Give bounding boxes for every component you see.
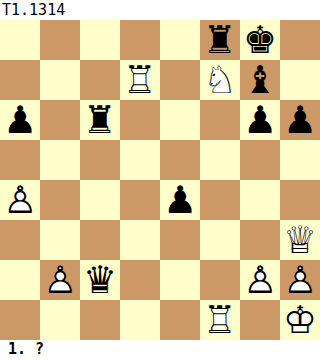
square-g7[interactable]: ♝: [240, 60, 280, 100]
white-pawn: ♟♙: [240, 260, 280, 300]
square-b8[interactable]: [40, 20, 80, 60]
black-rook-glyph: ♜: [80, 100, 120, 140]
white-rook-outline: ♖: [120, 60, 160, 100]
white-pawn-outline: ♙: [240, 260, 280, 300]
square-h8[interactable]: [280, 20, 320, 60]
square-e6[interactable]: [160, 100, 200, 140]
white-pawn-outline: ♙: [280, 260, 320, 300]
black-king: ♚: [240, 20, 280, 60]
white-rook: ♜♖: [120, 60, 160, 100]
square-d5[interactable]: [120, 140, 160, 180]
white-knight-outline: ♘: [200, 60, 240, 100]
square-a2[interactable]: [0, 260, 40, 300]
black-bishop: ♝: [240, 60, 280, 100]
square-f5[interactable]: [200, 140, 240, 180]
square-f6[interactable]: [200, 100, 240, 140]
black-pawn-glyph: ♟: [0, 100, 40, 140]
square-d6[interactable]: [120, 100, 160, 140]
black-pawn-glyph: ♟: [160, 180, 200, 220]
square-a3[interactable]: [0, 220, 40, 260]
black-pawn: ♟: [0, 100, 40, 140]
black-queen-glyph: ♛: [80, 260, 120, 300]
chess-board: ♜♚♜♖♞♘♝♟♜♟♟♟♙♟♛♕♟♙♛♟♙♟♙♜♖♚♔: [0, 20, 320, 340]
square-b6[interactable]: [40, 100, 80, 140]
square-e7[interactable]: [160, 60, 200, 100]
square-f3[interactable]: [200, 220, 240, 260]
white-rook: ♜♖: [200, 300, 240, 340]
square-d4[interactable]: [120, 180, 160, 220]
square-f8[interactable]: ♜: [200, 20, 240, 60]
square-a4[interactable]: ♟♙: [0, 180, 40, 220]
black-bishop-glyph: ♝: [240, 60, 280, 100]
black-rook-glyph: ♜: [200, 20, 240, 60]
square-f4[interactable]: [200, 180, 240, 220]
white-pawn: ♟♙: [40, 260, 80, 300]
square-e2[interactable]: [160, 260, 200, 300]
black-king-glyph: ♚: [240, 20, 280, 60]
square-f1[interactable]: ♜♖: [200, 300, 240, 340]
square-g4[interactable]: [240, 180, 280, 220]
square-a8[interactable]: [0, 20, 40, 60]
square-d1[interactable]: [120, 300, 160, 340]
square-h2[interactable]: ♟♙: [280, 260, 320, 300]
square-e5[interactable]: [160, 140, 200, 180]
square-h4[interactable]: [280, 180, 320, 220]
white-queen-outline: ♕: [280, 220, 320, 260]
square-g6[interactable]: ♟: [240, 100, 280, 140]
white-pawn-outline: ♙: [0, 180, 40, 220]
square-c7[interactable]: [80, 60, 120, 100]
square-b4[interactable]: [40, 180, 80, 220]
white-queen: ♛♕: [280, 220, 320, 260]
square-g1[interactable]: [240, 300, 280, 340]
black-pawn: ♟: [280, 100, 320, 140]
square-a5[interactable]: [0, 140, 40, 180]
square-b2[interactable]: ♟♙: [40, 260, 80, 300]
white-pawn: ♟♙: [0, 180, 40, 220]
square-a1[interactable]: [0, 300, 40, 340]
square-a7[interactable]: [0, 60, 40, 100]
white-rook-outline: ♖: [200, 300, 240, 340]
square-c3[interactable]: [80, 220, 120, 260]
black-pawn-glyph: ♟: [280, 100, 320, 140]
square-c4[interactable]: [80, 180, 120, 220]
square-d2[interactable]: [120, 260, 160, 300]
square-h1[interactable]: ♚♔: [280, 300, 320, 340]
square-c1[interactable]: [80, 300, 120, 340]
black-pawn: ♟: [240, 100, 280, 140]
square-e1[interactable]: [160, 300, 200, 340]
white-knight: ♞♘: [200, 60, 240, 100]
square-c2[interactable]: ♛: [80, 260, 120, 300]
square-a6[interactable]: ♟: [0, 100, 40, 140]
square-d3[interactable]: [120, 220, 160, 260]
black-pawn-glyph: ♟: [240, 100, 280, 140]
square-h3[interactable]: ♛♕: [280, 220, 320, 260]
black-pawn: ♟: [160, 180, 200, 220]
square-b5[interactable]: [40, 140, 80, 180]
square-e4[interactable]: ♟: [160, 180, 200, 220]
square-h6[interactable]: ♟: [280, 100, 320, 140]
black-rook: ♜: [200, 20, 240, 60]
square-g3[interactable]: [240, 220, 280, 260]
square-f2[interactable]: [200, 260, 240, 300]
square-e8[interactable]: [160, 20, 200, 60]
square-b7[interactable]: [40, 60, 80, 100]
puzzle-page: T1.1314 ♜♚♜♖♞♘♝♟♜♟♟♟♙♟♛♕♟♙♛♟♙♟♙♜♖♚♔ 1. ?: [0, 0, 320, 360]
white-pawn-outline: ♙: [40, 260, 80, 300]
square-g2[interactable]: ♟♙: [240, 260, 280, 300]
square-f7[interactable]: ♞♘: [200, 60, 240, 100]
square-d8[interactable]: [120, 20, 160, 60]
white-pawn: ♟♙: [280, 260, 320, 300]
square-e3[interactable]: [160, 220, 200, 260]
black-rook: ♜: [80, 100, 120, 140]
square-g5[interactable]: [240, 140, 280, 180]
square-d7[interactable]: ♜♖: [120, 60, 160, 100]
puzzle-title: T1.1314: [2, 1, 65, 19]
square-h7[interactable]: [280, 60, 320, 100]
white-king: ♚♔: [280, 300, 320, 340]
square-c5[interactable]: [80, 140, 120, 180]
square-b1[interactable]: [40, 300, 80, 340]
square-g8[interactable]: ♚: [240, 20, 280, 60]
white-king-outline: ♔: [280, 300, 320, 340]
black-queen: ♛: [80, 260, 120, 300]
move-prompt: 1. ?: [8, 340, 44, 359]
square-c8[interactable]: [80, 20, 120, 60]
square-c6[interactable]: ♜: [80, 100, 120, 140]
square-h5[interactable]: [280, 140, 320, 180]
square-b3[interactable]: [40, 220, 80, 260]
